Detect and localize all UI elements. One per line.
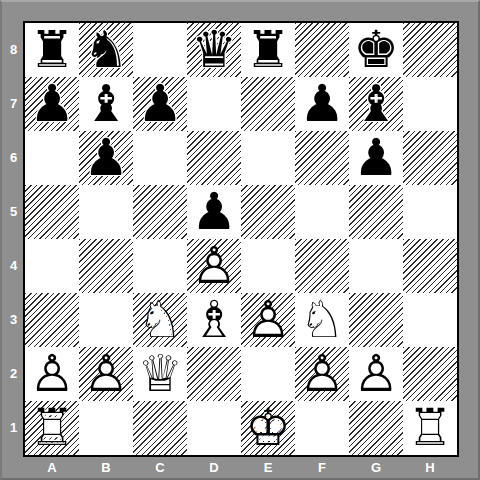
square-g8[interactable]: ♚ — [349, 23, 403, 77]
square-a5[interactable] — [25, 185, 79, 239]
rank-label-3: 3 — [4, 293, 23, 347]
square-a8[interactable]: ♜ — [25, 23, 79, 77]
black-rook-icon: ♜ — [25, 23, 79, 77]
square-c6[interactable] — [133, 131, 187, 185]
square-g4[interactable] — [349, 239, 403, 293]
black-bishop-icon: ♝ — [79, 77, 133, 131]
white-bishop-icon: ♝♗ — [187, 293, 241, 347]
square-f8[interactable] — [295, 23, 349, 77]
rank-label-6: 6 — [4, 131, 23, 185]
chess-diagram-frame: ♜♞♛♜♚♟♝♟♟♝♟♟♟♟♙♞♘♝♗♟♙♞♘♟♙♟♙♛♕♟♙♟♙♜♖♚♔♜♖ … — [0, 0, 480, 480]
square-e2[interactable] — [241, 347, 295, 401]
square-f1[interactable] — [295, 401, 349, 455]
black-pawn-icon: ♟ — [187, 185, 241, 239]
black-knight-icon: ♞ — [79, 23, 133, 77]
square-d5[interactable]: ♟ — [187, 185, 241, 239]
square-f2[interactable]: ♟♙ — [295, 347, 349, 401]
square-a2[interactable]: ♟♙ — [25, 347, 79, 401]
white-pawn-icon: ♟♙ — [79, 347, 133, 401]
file-label-a: A — [25, 457, 79, 480]
square-h3[interactable] — [403, 293, 457, 347]
square-g5[interactable] — [349, 185, 403, 239]
square-b1[interactable] — [79, 401, 133, 455]
white-knight-icon: ♞♘ — [295, 293, 349, 347]
square-d1[interactable] — [187, 401, 241, 455]
square-e1[interactable]: ♚♔ — [241, 401, 295, 455]
square-f7[interactable]: ♟ — [295, 77, 349, 131]
white-pawn-icon: ♟♙ — [25, 347, 79, 401]
black-queen-icon: ♛ — [187, 23, 241, 77]
black-pawn-icon: ♟ — [133, 77, 187, 131]
square-b6[interactable]: ♟ — [79, 131, 133, 185]
square-h1[interactable]: ♜♖ — [403, 401, 457, 455]
square-g2[interactable]: ♟♙ — [349, 347, 403, 401]
square-h5[interactable] — [403, 185, 457, 239]
square-c8[interactable] — [133, 23, 187, 77]
square-f6[interactable] — [295, 131, 349, 185]
black-pawn-icon: ♟ — [79, 131, 133, 185]
square-c1[interactable] — [133, 401, 187, 455]
white-rook-icon: ♜♖ — [25, 401, 79, 455]
square-c2[interactable]: ♛♕ — [133, 347, 187, 401]
square-b2[interactable]: ♟♙ — [79, 347, 133, 401]
black-pawn-icon: ♟ — [25, 77, 79, 131]
white-rook-icon: ♜♖ — [403, 401, 457, 455]
square-e6[interactable] — [241, 131, 295, 185]
file-label-e: E — [241, 457, 295, 480]
square-e3[interactable]: ♟♙ — [241, 293, 295, 347]
square-h2[interactable] — [403, 347, 457, 401]
file-label-f: F — [295, 457, 349, 480]
square-h8[interactable] — [403, 23, 457, 77]
white-pawn-icon: ♟♙ — [187, 239, 241, 293]
black-pawn-icon: ♟ — [295, 77, 349, 131]
square-f5[interactable] — [295, 185, 349, 239]
square-h6[interactable] — [403, 131, 457, 185]
square-d8[interactable]: ♛ — [187, 23, 241, 77]
square-c4[interactable] — [133, 239, 187, 293]
white-king-icon: ♚♔ — [241, 401, 295, 455]
file-label-h: H — [403, 457, 457, 480]
square-c3[interactable]: ♞♘ — [133, 293, 187, 347]
white-pawn-icon: ♟♙ — [295, 347, 349, 401]
rank-label-8: 8 — [4, 23, 23, 77]
white-knight-icon: ♞♘ — [133, 293, 187, 347]
square-b8[interactable]: ♞ — [79, 23, 133, 77]
file-label-d: D — [187, 457, 241, 480]
square-e8[interactable]: ♜ — [241, 23, 295, 77]
square-a4[interactable] — [25, 239, 79, 293]
rank-label-5: 5 — [4, 185, 23, 239]
square-c7[interactable]: ♟ — [133, 77, 187, 131]
rank-label-1: 1 — [4, 401, 23, 455]
square-d4[interactable]: ♟♙ — [187, 239, 241, 293]
rank-label-2: 2 — [4, 347, 23, 401]
square-g1[interactable] — [349, 401, 403, 455]
square-b7[interactable]: ♝ — [79, 77, 133, 131]
square-e7[interactable] — [241, 77, 295, 131]
rank-label-4: 4 — [4, 239, 23, 293]
square-d2[interactable] — [187, 347, 241, 401]
square-d3[interactable]: ♝♗ — [187, 293, 241, 347]
black-bishop-icon: ♝ — [349, 77, 403, 131]
square-g3[interactable] — [349, 293, 403, 347]
square-a7[interactable]: ♟ — [25, 77, 79, 131]
square-g7[interactable]: ♝ — [349, 77, 403, 131]
square-h7[interactable] — [403, 77, 457, 131]
black-rook-icon: ♜ — [241, 23, 295, 77]
rank-label-7: 7 — [4, 77, 23, 131]
square-a1[interactable]: ♜♖ — [25, 401, 79, 455]
square-d7[interactable] — [187, 77, 241, 131]
square-a6[interactable] — [25, 131, 79, 185]
file-label-b: B — [79, 457, 133, 480]
file-label-g: G — [349, 457, 403, 480]
chess-board: ♜♞♛♜♚♟♝♟♟♝♟♟♟♟♙♞♘♝♗♟♙♞♘♟♙♟♙♛♕♟♙♟♙♜♖♚♔♜♖ — [23, 21, 459, 457]
white-queen-icon: ♛♕ — [133, 347, 187, 401]
square-e5[interactable] — [241, 185, 295, 239]
white-pawn-icon: ♟♙ — [241, 293, 295, 347]
square-b5[interactable] — [79, 185, 133, 239]
square-c5[interactable] — [133, 185, 187, 239]
square-e4[interactable] — [241, 239, 295, 293]
square-b3[interactable] — [79, 293, 133, 347]
square-a3[interactable] — [25, 293, 79, 347]
square-f4[interactable] — [295, 239, 349, 293]
square-f3[interactable]: ♞♘ — [295, 293, 349, 347]
square-h4[interactable] — [403, 239, 457, 293]
square-g6[interactable]: ♟ — [349, 131, 403, 185]
black-pawn-icon: ♟ — [349, 131, 403, 185]
white-pawn-icon: ♟♙ — [349, 347, 403, 401]
square-b4[interactable] — [79, 239, 133, 293]
black-king-icon: ♚ — [349, 23, 403, 77]
square-d6[interactable] — [187, 131, 241, 185]
file-label-c: C — [133, 457, 187, 480]
